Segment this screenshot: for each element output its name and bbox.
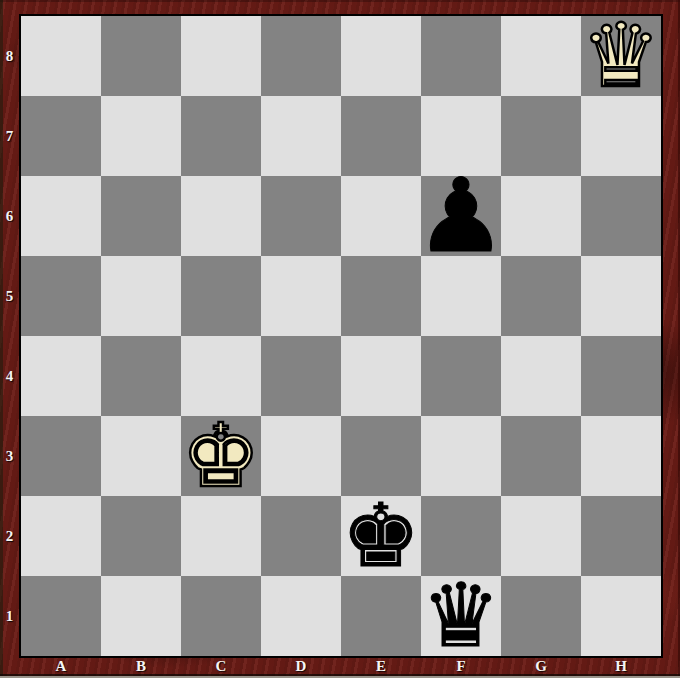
- square-a3[interactable]: [21, 416, 101, 496]
- file-label-e: E: [341, 657, 421, 676]
- file-label-a: A: [21, 657, 101, 676]
- square-d4[interactable]: [261, 336, 341, 416]
- square-c8[interactable]: [181, 16, 261, 96]
- square-e2[interactable]: ♚: [341, 496, 421, 576]
- square-b5[interactable]: [101, 256, 181, 336]
- square-b4[interactable]: [101, 336, 181, 416]
- square-a4[interactable]: [21, 336, 101, 416]
- square-g7[interactable]: [501, 96, 581, 176]
- rank-label-6: 6: [0, 176, 19, 256]
- square-g2[interactable]: [501, 496, 581, 576]
- square-b8[interactable]: [101, 16, 181, 96]
- square-e1[interactable]: [341, 576, 421, 656]
- file-label-g: G: [501, 657, 581, 676]
- square-g1[interactable]: [501, 576, 581, 656]
- square-d1[interactable]: [261, 576, 341, 656]
- chess-board-frame: 87654321 ♛♟♚♚♛ ABCDEFGH: [0, 0, 680, 678]
- rank-label-5: 5: [0, 256, 19, 336]
- chess-board[interactable]: ♛♟♚♚♛: [19, 14, 663, 658]
- square-a2[interactable]: [21, 496, 101, 576]
- file-label-c: C: [181, 657, 261, 676]
- square-a8[interactable]: [21, 16, 101, 96]
- rank-label-1: 1: [0, 576, 19, 656]
- square-h3[interactable]: [581, 416, 661, 496]
- square-f6[interactable]: ♟: [421, 176, 501, 256]
- square-a7[interactable]: [21, 96, 101, 176]
- square-g3[interactable]: [501, 416, 581, 496]
- square-c7[interactable]: [181, 96, 261, 176]
- square-b1[interactable]: [101, 576, 181, 656]
- square-e8[interactable]: [341, 16, 421, 96]
- square-f8[interactable]: [421, 16, 501, 96]
- square-h5[interactable]: [581, 256, 661, 336]
- square-b6[interactable]: [101, 176, 181, 256]
- rank-label-7: 7: [0, 96, 19, 176]
- file-labels: ABCDEFGH: [21, 657, 661, 676]
- piece-black-queen[interactable]: ♛: [422, 576, 501, 656]
- square-e5[interactable]: [341, 256, 421, 336]
- square-c5[interactable]: [181, 256, 261, 336]
- square-b7[interactable]: [101, 96, 181, 176]
- square-d3[interactable]: [261, 416, 341, 496]
- piece-white-queen[interactable]: ♛: [582, 16, 661, 96]
- file-label-b: B: [101, 657, 181, 676]
- square-c2[interactable]: [181, 496, 261, 576]
- file-label-h: H: [581, 657, 661, 676]
- square-e7[interactable]: [341, 96, 421, 176]
- square-b2[interactable]: [101, 496, 181, 576]
- rank-labels: 87654321: [0, 16, 19, 656]
- square-h8[interactable]: ♛: [581, 16, 661, 96]
- square-h6[interactable]: [581, 176, 661, 256]
- square-h2[interactable]: [581, 496, 661, 576]
- square-c1[interactable]: [181, 576, 261, 656]
- piece-black-king[interactable]: ♚: [342, 496, 421, 576]
- square-f1[interactable]: ♛: [421, 576, 501, 656]
- square-d5[interactable]: [261, 256, 341, 336]
- square-g8[interactable]: [501, 16, 581, 96]
- square-d8[interactable]: [261, 16, 341, 96]
- square-b3[interactable]: [101, 416, 181, 496]
- square-h1[interactable]: [581, 576, 661, 656]
- square-g4[interactable]: [501, 336, 581, 416]
- square-g5[interactable]: [501, 256, 581, 336]
- rank-label-3: 3: [0, 416, 19, 496]
- square-a1[interactable]: [21, 576, 101, 656]
- piece-black-pawn[interactable]: ♟: [415, 176, 506, 256]
- square-e4[interactable]: [341, 336, 421, 416]
- square-f3[interactable]: [421, 416, 501, 496]
- square-a5[interactable]: [21, 256, 101, 336]
- square-c6[interactable]: [181, 176, 261, 256]
- square-c3[interactable]: ♚: [181, 416, 261, 496]
- piece-white-king[interactable]: ♚: [182, 416, 261, 496]
- rank-label-2: 2: [0, 496, 19, 576]
- file-label-f: F: [421, 657, 501, 676]
- square-d7[interactable]: [261, 96, 341, 176]
- square-g6[interactable]: [501, 176, 581, 256]
- rank-label-8: 8: [0, 16, 19, 96]
- square-f4[interactable]: [421, 336, 501, 416]
- square-a6[interactable]: [21, 176, 101, 256]
- square-h4[interactable]: [581, 336, 661, 416]
- rank-label-4: 4: [0, 336, 19, 416]
- square-d6[interactable]: [261, 176, 341, 256]
- square-d2[interactable]: [261, 496, 341, 576]
- file-label-d: D: [261, 657, 341, 676]
- square-e6[interactable]: [341, 176, 421, 256]
- square-h7[interactable]: [581, 96, 661, 176]
